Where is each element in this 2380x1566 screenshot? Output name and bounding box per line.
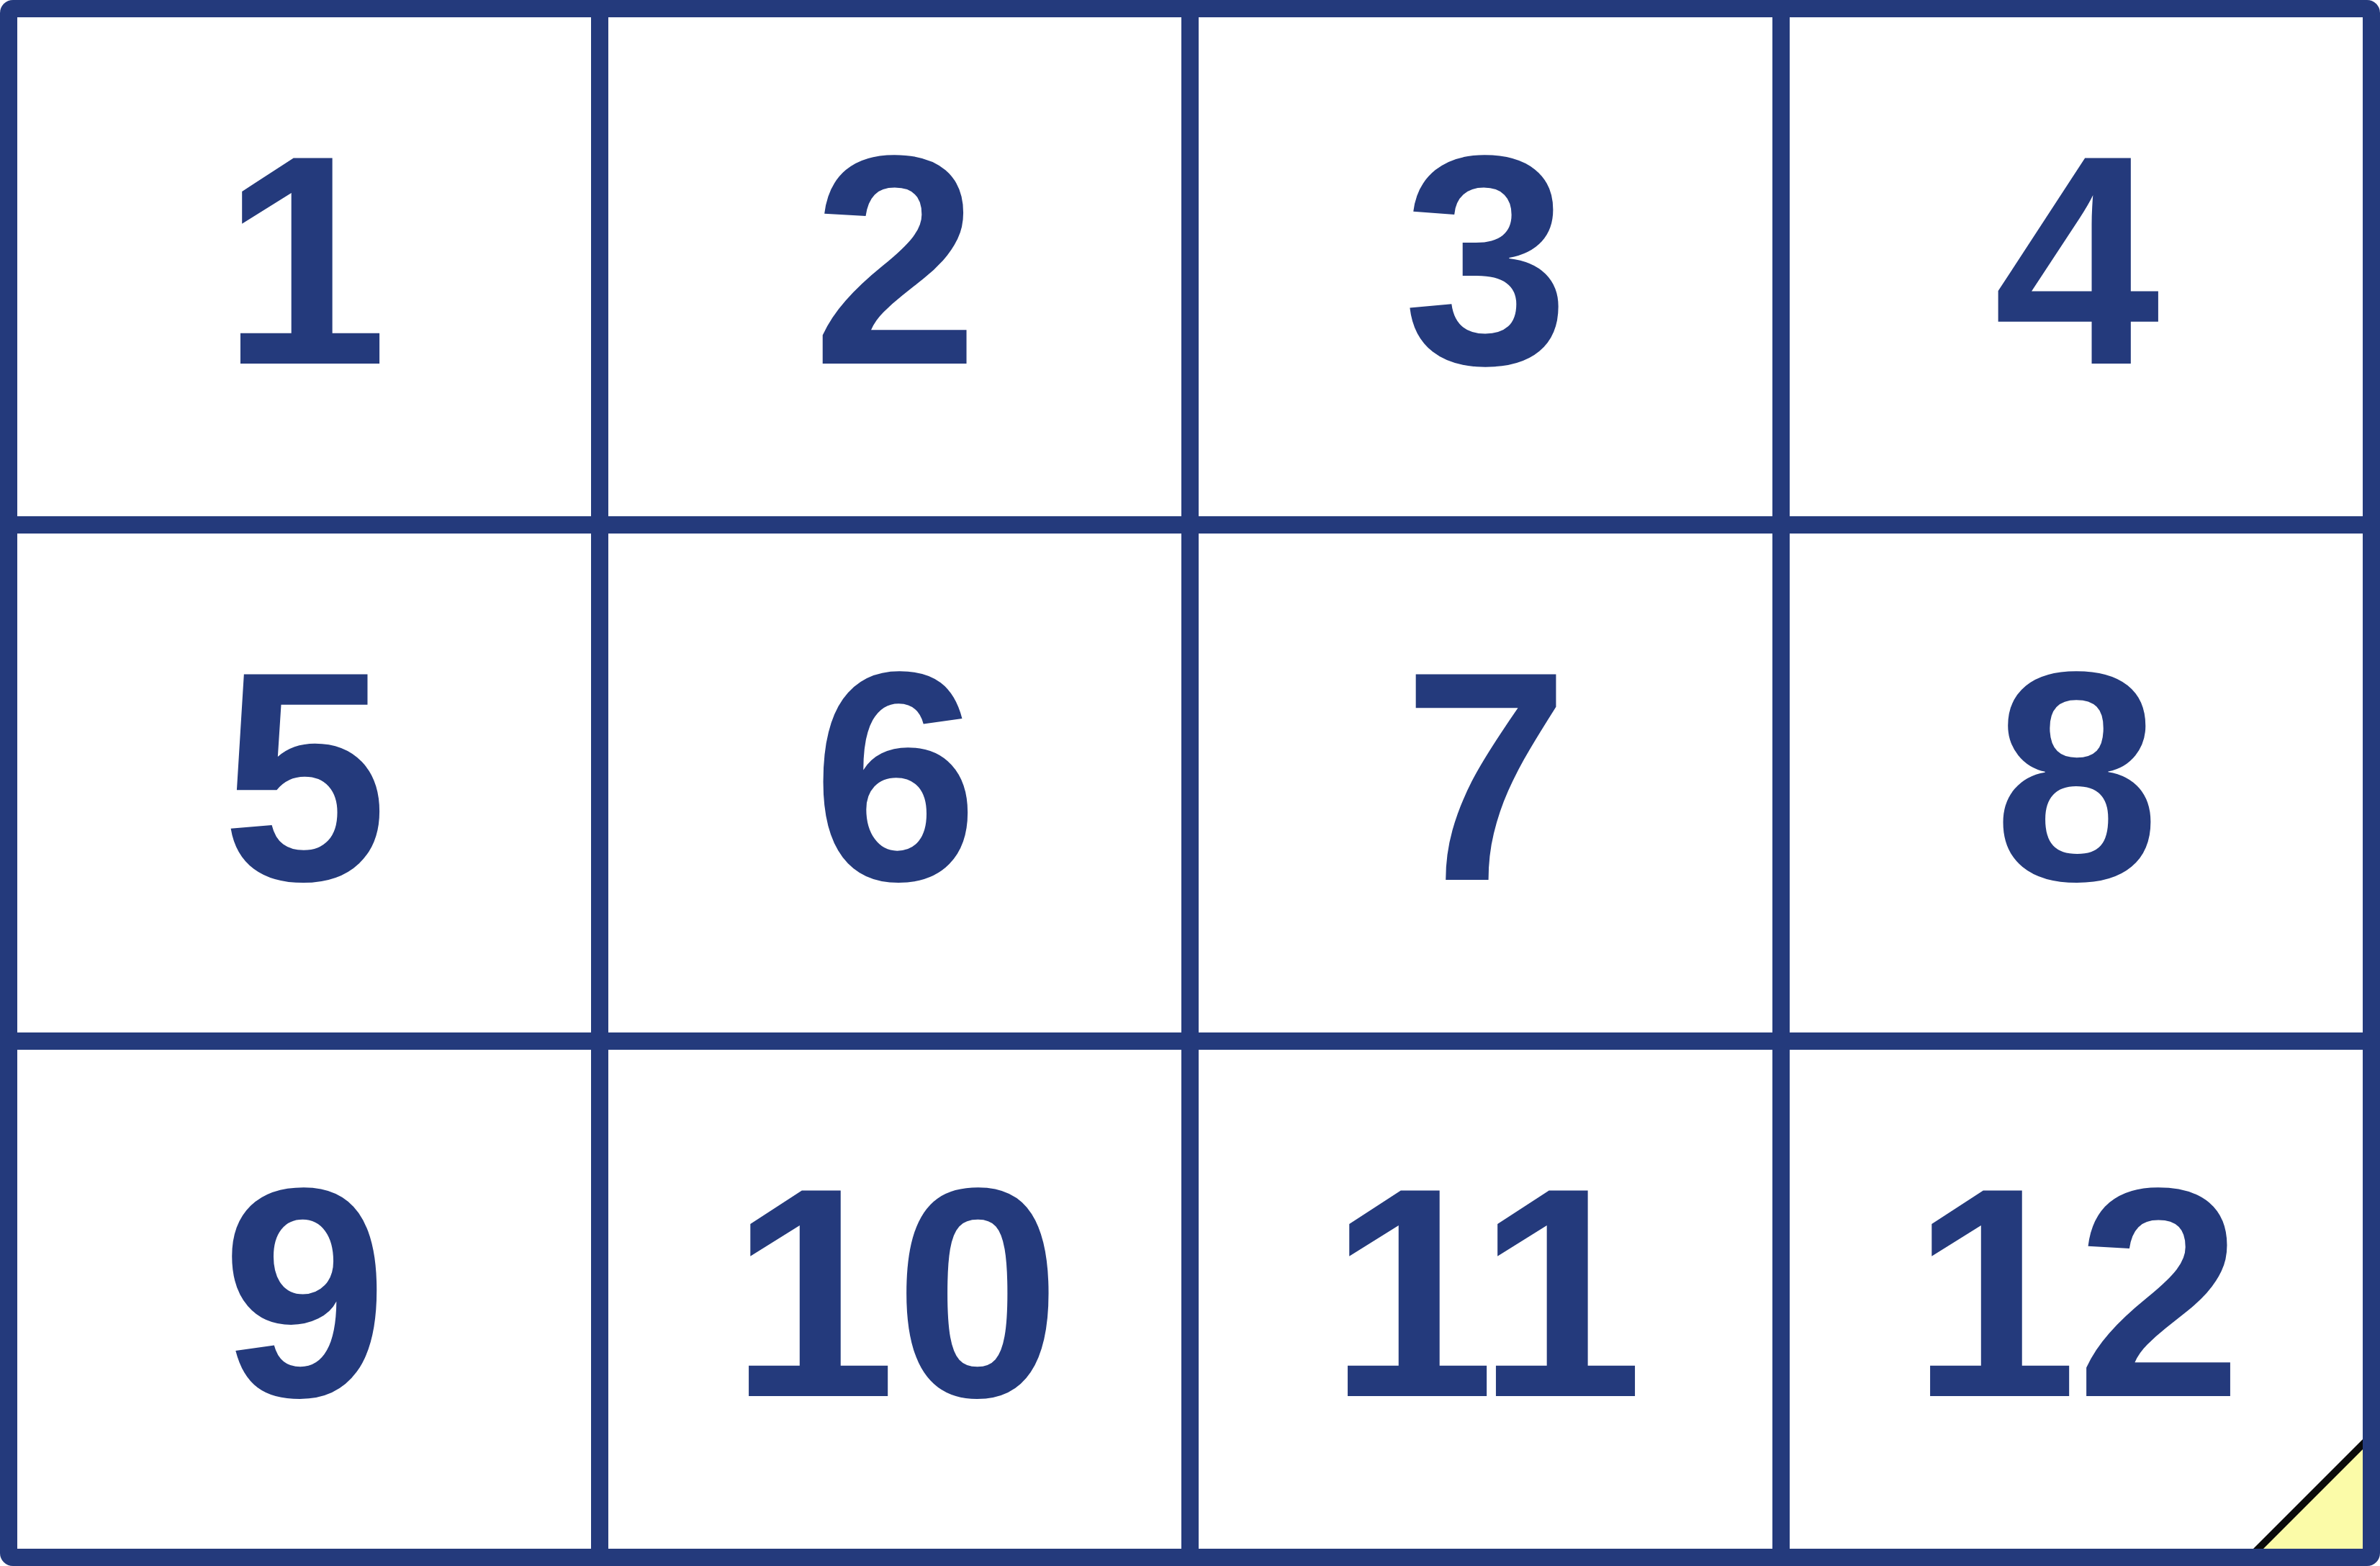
cell-number: 11	[1329, 1143, 1642, 1442]
cell-8: 8	[1790, 534, 2363, 1032]
cell-number: 6	[812, 627, 977, 926]
cell-number: 9	[222, 1143, 387, 1442]
cell-5: 5	[17, 534, 591, 1032]
cell-number: 8	[1993, 627, 2158, 926]
cell-6: 6	[608, 534, 1182, 1032]
page-curl-edge	[2253, 1439, 2363, 1549]
cell-number: 7	[1403, 627, 1568, 926]
cell-4: 4	[1790, 17, 2363, 516]
cell-2: 2	[608, 17, 1182, 516]
cell-number: 2	[812, 111, 977, 410]
cell-10: 10	[608, 1050, 1182, 1549]
cell-7: 7	[1199, 534, 1772, 1032]
cell-11: 11	[1199, 1050, 1772, 1549]
cell-9: 9	[17, 1050, 591, 1549]
cell-3: 3	[1199, 17, 1772, 516]
page-curl-fill	[2263, 1449, 2363, 1549]
cell-12: 12	[1790, 1050, 2363, 1549]
cell-number: 10	[730, 1143, 1060, 1442]
cell-number: 12	[1911, 1143, 2241, 1442]
cell-number: 3	[1403, 111, 1568, 410]
cell-number: 1	[222, 111, 387, 410]
cell-number: 5	[222, 627, 387, 926]
number-board: 1 2 3 4 5 6 7 8 9 10 11	[0, 0, 2380, 1566]
cell-1: 1	[17, 17, 591, 516]
cell-number: 4	[1993, 111, 2158, 410]
card: 1 2 3 4 5 6 7 8 9 10 11	[0, 0, 2380, 1566]
page-curl-icon	[2253, 1439, 2363, 1549]
